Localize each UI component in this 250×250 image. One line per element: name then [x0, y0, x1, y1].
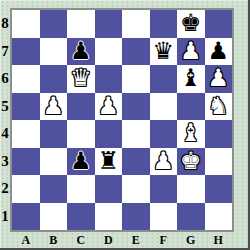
rank-label-8: 8: [0, 10, 10, 38]
square-f2[interactable]: [150, 175, 178, 203]
square-a1[interactable]: [12, 203, 40, 231]
file-label-e: E: [122, 233, 150, 248]
square-e3[interactable]: [122, 148, 150, 176]
square-c7[interactable]: ♟: [67, 38, 95, 66]
square-b6[interactable]: [40, 65, 68, 93]
file-label-f: F: [150, 233, 178, 248]
square-a6[interactable]: [12, 65, 40, 93]
square-d7[interactable]: [95, 38, 123, 66]
square-f1[interactable]: [150, 203, 178, 231]
square-h4[interactable]: [205, 120, 233, 148]
rank-label-6: 6: [0, 65, 10, 93]
piece-white-pawn: ♟: [177, 38, 205, 66]
rank-label-4: 4: [0, 120, 10, 148]
rank-label-5: 5: [0, 93, 10, 121]
square-b3[interactable]: [40, 148, 68, 176]
square-b2[interactable]: [40, 175, 68, 203]
square-d1[interactable]: [95, 203, 123, 231]
square-d3[interactable]: ♜: [95, 148, 123, 176]
square-a2[interactable]: [12, 175, 40, 203]
piece-black-pawn: ♟: [67, 38, 95, 66]
square-g5[interactable]: [177, 93, 205, 121]
square-h1[interactable]: [205, 203, 233, 231]
square-g1[interactable]: [177, 203, 205, 231]
board: ♚♟♛♟♟♛♝♟♟♟♞♝♟♜♟♚: [10, 8, 234, 232]
piece-white-pawn: ♟: [205, 65, 233, 93]
rank-labels: 87654321: [0, 10, 10, 230]
square-b5[interactable]: ♟: [40, 93, 68, 121]
square-c5[interactable]: [67, 93, 95, 121]
square-f6[interactable]: [150, 65, 178, 93]
square-e4[interactable]: [122, 120, 150, 148]
piece-black-king: ♚: [177, 10, 205, 38]
piece-black-pawn: ♟: [67, 148, 95, 176]
piece-white-queen: ♛: [67, 65, 95, 93]
square-b1[interactable]: [40, 203, 68, 231]
square-h2[interactable]: [205, 175, 233, 203]
square-h6[interactable]: ♟: [205, 65, 233, 93]
piece-white-pawn: ♟: [95, 93, 123, 121]
square-a3[interactable]: [12, 148, 40, 176]
rank-label-3: 3: [0, 148, 10, 176]
square-g3[interactable]: ♚: [177, 148, 205, 176]
square-c2[interactable]: [67, 175, 95, 203]
square-a7[interactable]: [12, 38, 40, 66]
piece-white-knight: ♞: [205, 93, 233, 121]
piece-white-pawn: ♟: [40, 93, 68, 121]
file-labels: ABCDEFGH: [12, 233, 232, 247]
square-b7[interactable]: [40, 38, 68, 66]
piece-white-king: ♚: [177, 148, 205, 176]
square-h5[interactable]: ♞: [205, 93, 233, 121]
piece-black-rook: ♜: [95, 148, 123, 176]
file-label-a: A: [12, 233, 40, 248]
piece-white-pawn: ♟: [150, 148, 178, 176]
piece-white-bishop: ♝: [177, 120, 205, 148]
square-d4[interactable]: [95, 120, 123, 148]
square-b8[interactable]: [40, 10, 68, 38]
piece-black-pawn: ♟: [205, 38, 233, 66]
square-d5[interactable]: ♟: [95, 93, 123, 121]
square-a5[interactable]: [12, 93, 40, 121]
square-g2[interactable]: [177, 175, 205, 203]
square-d8[interactable]: [95, 10, 123, 38]
square-b4[interactable]: [40, 120, 68, 148]
file-label-c: C: [67, 233, 95, 248]
piece-black-queen: ♛: [150, 38, 178, 66]
square-c4[interactable]: [67, 120, 95, 148]
square-e8[interactable]: [122, 10, 150, 38]
file-label-g: G: [177, 233, 205, 248]
square-g7[interactable]: ♟: [177, 38, 205, 66]
square-f7[interactable]: ♛: [150, 38, 178, 66]
square-g4[interactable]: ♝: [177, 120, 205, 148]
square-a4[interactable]: [12, 120, 40, 148]
piece-black-bishop: ♝: [177, 65, 205, 93]
square-c8[interactable]: [67, 10, 95, 38]
square-h7[interactable]: ♟: [205, 38, 233, 66]
square-f3[interactable]: ♟: [150, 148, 178, 176]
square-f5[interactable]: [150, 93, 178, 121]
rank-label-1: 1: [0, 203, 10, 231]
file-label-d: D: [95, 233, 123, 248]
square-c6[interactable]: ♛: [67, 65, 95, 93]
square-e5[interactable]: [122, 93, 150, 121]
square-f4[interactable]: [150, 120, 178, 148]
square-c3[interactable]: ♟: [67, 148, 95, 176]
square-d6[interactable]: [95, 65, 123, 93]
square-e6[interactable]: [122, 65, 150, 93]
square-g6[interactable]: ♝: [177, 65, 205, 93]
square-e2[interactable]: [122, 175, 150, 203]
square-e7[interactable]: [122, 38, 150, 66]
file-label-h: H: [205, 233, 233, 248]
rank-label-2: 2: [0, 175, 10, 203]
square-f8[interactable]: [150, 10, 178, 38]
chess-panel: 87654321 ♚♟♛♟♟♛♝♟♟♟♞♝♟♜♟♚ ABCDEFGH: [0, 0, 250, 250]
file-label-b: B: [40, 233, 68, 248]
square-d2[interactable]: [95, 175, 123, 203]
rank-label-7: 7: [0, 38, 10, 66]
square-g8[interactable]: ♚: [177, 10, 205, 38]
square-e1[interactable]: [122, 203, 150, 231]
square-h3[interactable]: [205, 148, 233, 176]
square-a8[interactable]: [12, 10, 40, 38]
square-c1[interactable]: [67, 203, 95, 231]
square-h8[interactable]: [205, 10, 233, 38]
